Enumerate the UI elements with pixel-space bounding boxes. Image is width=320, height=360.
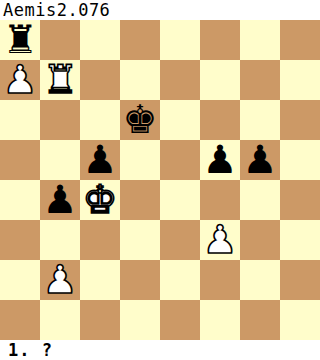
square-c5[interactable]: ♟: [80, 140, 120, 180]
square-e2[interactable]: [160, 260, 200, 300]
square-e1[interactable]: [160, 300, 200, 340]
square-b7[interactable]: ♜: [40, 60, 80, 100]
square-g5[interactable]: ♟: [240, 140, 280, 180]
square-a7[interactable]: ♟: [0, 60, 40, 100]
piece-black-pawn[interactable]: ♟: [203, 140, 238, 180]
square-e4[interactable]: [160, 180, 200, 220]
square-h1[interactable]: [280, 300, 320, 340]
square-c8[interactable]: [80, 20, 120, 60]
piece-black-pawn[interactable]: ♟: [243, 140, 278, 180]
square-d3[interactable]: [120, 220, 160, 260]
square-f6[interactable]: [200, 100, 240, 140]
diagram-title: Aemis2.076: [3, 0, 110, 20]
piece-white-king[interactable]: ♚: [83, 180, 118, 220]
square-e6[interactable]: [160, 100, 200, 140]
square-a3[interactable]: [0, 220, 40, 260]
square-f3[interactable]: ♟: [200, 220, 240, 260]
square-f5[interactable]: ♟: [200, 140, 240, 180]
square-a1[interactable]: [0, 300, 40, 340]
square-d5[interactable]: [120, 140, 160, 180]
square-f1[interactable]: [200, 300, 240, 340]
square-c6[interactable]: [80, 100, 120, 140]
square-h7[interactable]: [280, 60, 320, 100]
square-c7[interactable]: [80, 60, 120, 100]
square-g3[interactable]: [240, 220, 280, 260]
square-h8[interactable]: [280, 20, 320, 60]
square-h3[interactable]: [280, 220, 320, 260]
square-h4[interactable]: [280, 180, 320, 220]
piece-black-rook[interactable]: ♜: [3, 20, 38, 60]
square-a8[interactable]: ♜: [0, 20, 40, 60]
square-f4[interactable]: [200, 180, 240, 220]
move-prompt: 1. ?: [8, 340, 53, 360]
square-b8[interactable]: [40, 20, 80, 60]
square-c4[interactable]: ♚: [80, 180, 120, 220]
square-f8[interactable]: [200, 20, 240, 60]
piece-white-pawn[interactable]: ♟: [203, 220, 238, 260]
square-f2[interactable]: [200, 260, 240, 300]
piece-black-pawn[interactable]: ♟: [83, 140, 118, 180]
piece-white-pawn[interactable]: ♟: [43, 260, 78, 300]
square-b1[interactable]: [40, 300, 80, 340]
square-b6[interactable]: [40, 100, 80, 140]
square-a4[interactable]: [0, 180, 40, 220]
chess-board: ♜♟♜♚♟♟♟♟♚♟♟: [0, 20, 320, 340]
square-g1[interactable]: [240, 300, 280, 340]
square-d2[interactable]: [120, 260, 160, 300]
square-b3[interactable]: [40, 220, 80, 260]
square-g7[interactable]: [240, 60, 280, 100]
square-d4[interactable]: [120, 180, 160, 220]
piece-white-pawn[interactable]: ♟: [3, 60, 38, 100]
square-h2[interactable]: [280, 260, 320, 300]
square-g6[interactable]: [240, 100, 280, 140]
piece-white-rook[interactable]: ♜: [43, 60, 78, 100]
title-bar: Aemis2.076: [0, 0, 320, 20]
move-bar: 1. ?: [0, 340, 320, 360]
square-g4[interactable]: [240, 180, 280, 220]
piece-black-king[interactable]: ♚: [123, 100, 158, 140]
square-b2[interactable]: ♟: [40, 260, 80, 300]
square-a5[interactable]: [0, 140, 40, 180]
square-h5[interactable]: [280, 140, 320, 180]
square-e3[interactable]: [160, 220, 200, 260]
square-e7[interactable]: [160, 60, 200, 100]
square-c1[interactable]: [80, 300, 120, 340]
square-a2[interactable]: [0, 260, 40, 300]
square-d7[interactable]: [120, 60, 160, 100]
square-b5[interactable]: [40, 140, 80, 180]
square-b4[interactable]: ♟: [40, 180, 80, 220]
square-d6[interactable]: ♚: [120, 100, 160, 140]
square-c3[interactable]: [80, 220, 120, 260]
piece-black-pawn[interactable]: ♟: [43, 180, 78, 220]
square-e8[interactable]: [160, 20, 200, 60]
square-a6[interactable]: [0, 100, 40, 140]
square-h6[interactable]: [280, 100, 320, 140]
square-g2[interactable]: [240, 260, 280, 300]
square-c2[interactable]: [80, 260, 120, 300]
square-f7[interactable]: [200, 60, 240, 100]
chess-diagram-window: Aemis2.076 ♜♟♜♚♟♟♟♟♚♟♟ 1. ?: [0, 0, 320, 360]
square-e5[interactable]: [160, 140, 200, 180]
square-g8[interactable]: [240, 20, 280, 60]
square-d1[interactable]: [120, 300, 160, 340]
square-d8[interactable]: [120, 20, 160, 60]
